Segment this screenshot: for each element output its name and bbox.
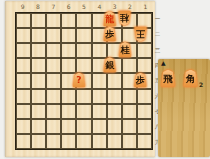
koma-kanji: 銀 xyxy=(105,61,114,70)
board-cell[interactable] xyxy=(31,73,46,88)
board-cell[interactable] xyxy=(76,43,91,58)
board-cell[interactable] xyxy=(76,104,91,119)
board-cell[interactable] xyxy=(107,89,122,104)
rank-label: 三 xyxy=(154,43,161,58)
board-cell[interactable] xyxy=(61,13,76,28)
koma-shape: 角 xyxy=(183,70,198,87)
board-cell[interactable] xyxy=(137,134,152,149)
koma-kanji: 角 xyxy=(186,74,196,84)
board-cell[interactable] xyxy=(122,134,137,149)
hand-piece-角[interactable]: 角 xyxy=(183,70,198,87)
piece-5五[interactable]: ? xyxy=(72,73,85,88)
koma-kanji: 桂 xyxy=(120,46,129,55)
board-cell[interactable] xyxy=(16,89,31,104)
file-labels: 987654321 xyxy=(15,3,153,11)
board-cell[interactable] xyxy=(16,28,31,43)
board-cell[interactable] xyxy=(61,119,76,134)
board-cell[interactable] xyxy=(31,43,46,58)
board-cell[interactable] xyxy=(46,104,61,119)
board-cell[interactable] xyxy=(61,134,76,149)
board-cell[interactable] xyxy=(46,119,61,134)
koma-shape: 銀 xyxy=(103,57,116,72)
piece-2三[interactable]: 桂 xyxy=(118,42,131,57)
board-cell[interactable] xyxy=(61,28,76,43)
shogi-app-screen: 987654321 一二三四五六七八九 ▲ 龍桂王歩桂銀?歩飛角2 xyxy=(0,0,210,159)
board-cell[interactable] xyxy=(92,134,107,149)
piece-3一[interactable]: 龍 xyxy=(103,11,116,26)
board-cell[interactable] xyxy=(122,89,137,104)
board-cell[interactable] xyxy=(61,43,76,58)
board-cell[interactable] xyxy=(92,89,107,104)
board-cell[interactable] xyxy=(76,89,91,104)
koma-shape: 歩 xyxy=(134,73,147,88)
board-cell[interactable] xyxy=(16,43,31,58)
hand-piece-飛[interactable]: 飛 xyxy=(161,70,176,87)
board-cell[interactable] xyxy=(76,13,91,28)
file-label: 8 xyxy=(30,3,45,11)
file-label: 2 xyxy=(122,3,137,11)
file-label: 5 xyxy=(76,3,91,11)
board-cell[interactable] xyxy=(16,58,31,73)
koma-kanji: 龍 xyxy=(105,15,114,24)
piece-3四[interactable]: 銀 xyxy=(103,57,116,72)
sente-marker-icon: ▲ xyxy=(161,59,166,67)
board-cell[interactable] xyxy=(31,89,46,104)
piece-1五[interactable]: 歩 xyxy=(134,73,147,88)
board-cell[interactable] xyxy=(31,58,46,73)
board-cell[interactable] xyxy=(46,89,61,104)
board-cell[interactable] xyxy=(61,104,76,119)
koma-kanji: 王 xyxy=(136,28,145,37)
board-cell[interactable] xyxy=(46,28,61,43)
koma-shape: 飛 xyxy=(161,70,176,87)
board-cell[interactable] xyxy=(46,43,61,58)
board-cell[interactable] xyxy=(31,13,46,28)
board-cell[interactable] xyxy=(76,28,91,43)
file-label: 3 xyxy=(107,3,122,11)
koma-shape: 歩 xyxy=(103,27,116,42)
board-cell[interactable] xyxy=(46,58,61,73)
koma-kanji: 歩 xyxy=(105,30,114,39)
board-cell[interactable] xyxy=(137,104,152,119)
board-cell[interactable] xyxy=(122,119,137,134)
board-cell[interactable] xyxy=(46,134,61,149)
board-cell[interactable] xyxy=(107,134,122,149)
file-label: 7 xyxy=(46,3,61,11)
board-cell[interactable] xyxy=(92,119,107,134)
board-cell[interactable] xyxy=(76,58,91,73)
board-cell[interactable] xyxy=(46,73,61,88)
board-cell[interactable] xyxy=(76,119,91,134)
koma-shape: 王 xyxy=(134,27,147,42)
board-cell[interactable] xyxy=(137,43,152,58)
koma-shape: 龍 xyxy=(103,11,116,26)
piece-2一[interactable]: 桂 xyxy=(118,11,131,26)
board-cell[interactable] xyxy=(16,13,31,28)
board-cell[interactable] xyxy=(31,119,46,134)
file-label: 9 xyxy=(15,3,30,11)
board-cell[interactable] xyxy=(122,104,137,119)
board-cell[interactable] xyxy=(107,119,122,134)
koma-shape: 桂 xyxy=(118,42,131,57)
board-cell[interactable] xyxy=(61,89,76,104)
board-cell[interactable] xyxy=(92,73,107,88)
board-cell[interactable] xyxy=(16,119,31,134)
koma-kanji: 桂 xyxy=(120,13,129,22)
board-cell[interactable] xyxy=(16,134,31,149)
board-cell[interactable] xyxy=(107,104,122,119)
koma-shape: ? xyxy=(72,73,85,88)
board-cell[interactable] xyxy=(92,43,107,58)
board-cell[interactable] xyxy=(16,104,31,119)
koma-shape: 桂 xyxy=(118,11,131,26)
board-cell[interactable] xyxy=(137,89,152,104)
board-cell[interactable] xyxy=(31,28,46,43)
koma-kanji: ? xyxy=(76,76,81,85)
piece-3二[interactable]: 歩 xyxy=(103,27,116,42)
board-cell[interactable] xyxy=(31,134,46,149)
board-cell[interactable] xyxy=(61,58,76,73)
board-cell[interactable] xyxy=(137,119,152,134)
board-cell[interactable] xyxy=(122,58,137,73)
board-cell[interactable] xyxy=(92,104,107,119)
file-label: 1 xyxy=(138,3,153,11)
board-cell[interactable] xyxy=(107,73,122,88)
board-cell[interactable] xyxy=(76,134,91,149)
rank-label: 二 xyxy=(154,27,161,42)
piece-1二[interactable]: 王 xyxy=(134,27,147,42)
board-cell[interactable] xyxy=(16,73,31,88)
koma-kanji: 歩 xyxy=(136,76,145,85)
board-cell[interactable] xyxy=(31,104,46,119)
board-cell[interactable] xyxy=(137,58,152,73)
rank-label: 一 xyxy=(154,12,161,27)
file-label: 4 xyxy=(92,3,107,11)
koma-kanji: 飛 xyxy=(163,74,173,84)
board-cell[interactable] xyxy=(46,13,61,28)
file-label: 6 xyxy=(61,3,76,11)
